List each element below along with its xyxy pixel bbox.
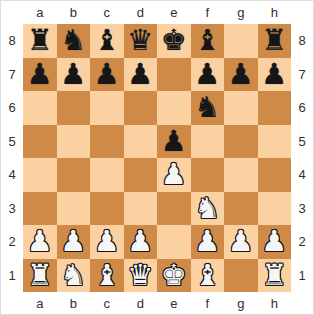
square-h3[interactable] <box>258 192 292 226</box>
piece-white-king[interactable]: ♚ <box>157 259 191 293</box>
square-b3[interactable] <box>57 192 91 226</box>
file-label-h: h <box>258 6 292 19</box>
piece-white-pawn[interactable]: ♟ <box>90 225 124 259</box>
square-d6[interactable] <box>124 91 158 125</box>
piece-black-knight[interactable]: ♞ <box>191 91 225 125</box>
piece-white-pawn[interactable]: ♟ <box>191 225 225 259</box>
rank-label-5: 5 <box>8 135 15 148</box>
square-b2[interactable]: ♟ <box>57 225 91 259</box>
square-e8[interactable]: ♚ <box>157 24 191 58</box>
piece-white-pawn[interactable]: ♟ <box>157 158 191 192</box>
square-b5[interactable] <box>57 125 91 159</box>
piece-white-rook[interactable]: ♜ <box>258 259 292 293</box>
square-g8[interactable] <box>224 24 258 58</box>
square-d1[interactable]: ♛ <box>124 259 158 293</box>
rank-label-8: 8 <box>298 34 305 47</box>
square-a7[interactable]: ♟ <box>23 58 57 92</box>
piece-white-pawn[interactable]: ♟ <box>124 225 158 259</box>
file-label-g: g <box>224 297 258 310</box>
file-label-a: a <box>23 6 57 19</box>
square-f1[interactable]: ♝ <box>191 259 225 293</box>
piece-white-rook[interactable]: ♜ <box>23 259 57 293</box>
square-e3[interactable] <box>157 192 191 226</box>
square-g7[interactable]: ♟ <box>224 58 258 92</box>
piece-white-pawn[interactable]: ♟ <box>23 225 57 259</box>
piece-black-rook[interactable]: ♜ <box>23 24 57 58</box>
square-h6[interactable] <box>258 91 292 125</box>
piece-black-pawn[interactable]: ♟ <box>23 58 57 92</box>
piece-white-pawn[interactable]: ♟ <box>258 225 292 259</box>
square-h5[interactable] <box>258 125 292 159</box>
file-label-g: g <box>224 6 258 19</box>
piece-white-bishop[interactable]: ♝ <box>90 259 124 293</box>
square-d3[interactable] <box>124 192 158 226</box>
piece-black-bishop[interactable]: ♝ <box>90 24 124 58</box>
rank-label-3: 3 <box>8 202 15 215</box>
rank-label-5: 5 <box>298 135 305 148</box>
square-c3[interactable] <box>90 192 124 226</box>
piece-black-queen[interactable]: ♛ <box>124 24 158 58</box>
file-label-h: h <box>258 297 292 310</box>
file-labels-bottom: abcdefgh <box>23 292 291 314</box>
square-a1[interactable]: ♜ <box>23 259 57 293</box>
square-b7[interactable]: ♟ <box>57 58 91 92</box>
piece-black-bishop[interactable]: ♝ <box>191 24 225 58</box>
square-e2[interactable] <box>157 225 191 259</box>
rank-label-1: 1 <box>298 269 305 282</box>
piece-white-queen[interactable]: ♛ <box>124 259 158 293</box>
square-a2[interactable]: ♟ <box>23 225 57 259</box>
file-label-e: e <box>157 297 191 310</box>
square-b8[interactable]: ♞ <box>57 24 91 58</box>
square-f2[interactable]: ♟ <box>191 225 225 259</box>
square-h7[interactable]: ♟ <box>258 58 292 92</box>
rank-label-6: 6 <box>8 101 15 114</box>
file-label-a: a <box>23 297 57 310</box>
square-c4[interactable] <box>90 158 124 192</box>
square-g4[interactable] <box>224 158 258 192</box>
file-label-e: e <box>157 6 191 19</box>
file-label-f: f <box>191 297 225 310</box>
square-g2[interactable]: ♟ <box>224 225 258 259</box>
square-f8[interactable]: ♝ <box>191 24 225 58</box>
piece-white-pawn[interactable]: ♟ <box>224 225 258 259</box>
square-a3[interactable] <box>23 192 57 226</box>
square-d2[interactable]: ♟ <box>124 225 158 259</box>
rank-labels-left: 87654321 <box>1 24 23 292</box>
square-c6[interactable] <box>90 91 124 125</box>
rank-labels-right: 87654321 <box>291 24 313 292</box>
square-f7[interactable]: ♟ <box>191 58 225 92</box>
file-label-b: b <box>57 297 91 310</box>
square-h8[interactable]: ♜ <box>258 24 292 58</box>
square-c7[interactable]: ♟ <box>90 58 124 92</box>
rank-label-8: 8 <box>8 34 15 47</box>
rank-label-4: 4 <box>298 168 305 181</box>
file-label-d: d <box>124 297 158 310</box>
rank-label-2: 2 <box>298 235 305 248</box>
chess-board-container: abcdefgh 87654321 ♜♞♝♛♚♝♜♟♟♟♟♟♟♟♞♟♟♞♟♟♟♟… <box>0 0 314 315</box>
square-d5[interactable] <box>124 125 158 159</box>
rank-label-3: 3 <box>298 202 305 215</box>
piece-black-pawn[interactable]: ♟ <box>191 58 225 92</box>
file-label-c: c <box>90 297 124 310</box>
square-f3[interactable]: ♞ <box>191 192 225 226</box>
rank-label-1: 1 <box>8 269 15 282</box>
square-g3[interactable] <box>224 192 258 226</box>
square-e1[interactable]: ♚ <box>157 259 191 293</box>
file-label-f: f <box>191 6 225 19</box>
piece-black-pawn[interactable]: ♟ <box>90 58 124 92</box>
square-f6[interactable]: ♞ <box>191 91 225 125</box>
piece-black-rook[interactable]: ♜ <box>258 24 292 58</box>
piece-white-bishop[interactable]: ♝ <box>191 259 225 293</box>
square-c8[interactable]: ♝ <box>90 24 124 58</box>
rank-label-4: 4 <box>8 168 15 181</box>
piece-black-pawn[interactable]: ♟ <box>258 58 292 92</box>
square-d7[interactable]: ♟ <box>124 58 158 92</box>
square-g5[interactable] <box>224 125 258 159</box>
square-h2[interactable]: ♟ <box>258 225 292 259</box>
piece-white-knight[interactable]: ♞ <box>191 192 225 226</box>
square-b6[interactable] <box>57 91 91 125</box>
square-e7[interactable] <box>157 58 191 92</box>
rank-label-7: 7 <box>8 68 15 81</box>
square-e6[interactable] <box>157 91 191 125</box>
piece-black-pawn[interactable]: ♟ <box>124 58 158 92</box>
file-label-d: d <box>124 6 158 19</box>
square-e5[interactable]: ♟ <box>157 125 191 159</box>
square-d8[interactable]: ♛ <box>124 24 158 58</box>
piece-white-pawn[interactable]: ♟ <box>57 225 91 259</box>
file-label-c: c <box>90 6 124 19</box>
square-c2[interactable]: ♟ <box>90 225 124 259</box>
piece-black-pawn[interactable]: ♟ <box>157 125 191 159</box>
square-c1[interactable]: ♝ <box>90 259 124 293</box>
square-b4[interactable] <box>57 158 91 192</box>
rank-label-7: 7 <box>298 68 305 81</box>
board: ♜♞♝♛♚♝♜♟♟♟♟♟♟♟♞♟♟♞♟♟♟♟♟♟♟♜♞♝♛♚♝♜ <box>23 24 291 292</box>
square-d4[interactable] <box>124 158 158 192</box>
rank-label-6: 6 <box>298 101 305 114</box>
piece-black-pawn[interactable]: ♟ <box>224 58 258 92</box>
piece-white-knight[interactable]: ♞ <box>57 259 91 293</box>
square-g6[interactable] <box>224 91 258 125</box>
square-e4[interactable]: ♟ <box>157 158 191 192</box>
square-a6[interactable] <box>23 91 57 125</box>
square-h1[interactable]: ♜ <box>258 259 292 293</box>
piece-black-pawn[interactable]: ♟ <box>57 58 91 92</box>
square-f5[interactable] <box>191 125 225 159</box>
file-label-b: b <box>57 6 91 19</box>
square-a4[interactable] <box>23 158 57 192</box>
square-h4[interactable] <box>258 158 292 192</box>
square-b1[interactable]: ♞ <box>57 259 91 293</box>
square-f4[interactable] <box>191 158 225 192</box>
rank-label-2: 2 <box>8 235 15 248</box>
square-a8[interactable]: ♜ <box>23 24 57 58</box>
square-a5[interactable] <box>23 125 57 159</box>
piece-black-king[interactable]: ♚ <box>157 24 191 58</box>
file-labels-top: abcdefgh <box>23 1 291 24</box>
piece-black-knight[interactable]: ♞ <box>57 24 91 58</box>
square-c5[interactable] <box>90 125 124 159</box>
square-g1[interactable] <box>224 259 258 293</box>
